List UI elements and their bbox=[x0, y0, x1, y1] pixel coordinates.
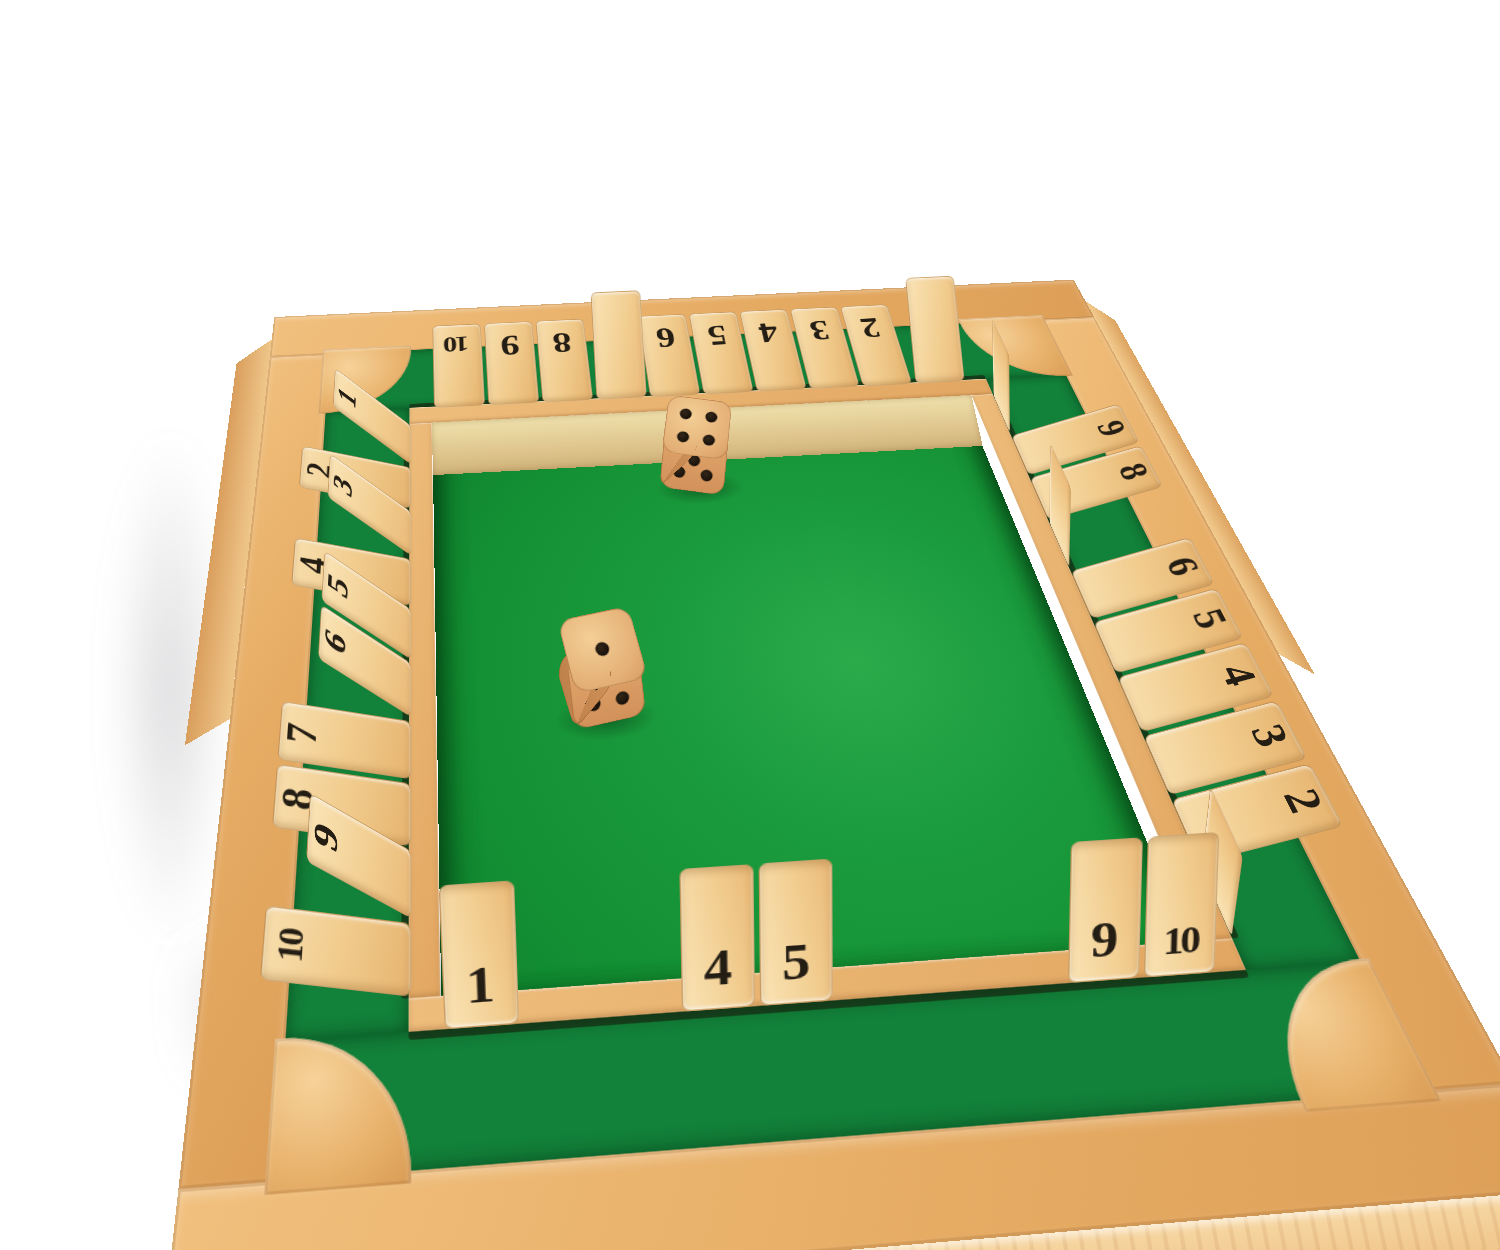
tile-number: 10 bbox=[1145, 833, 1218, 976]
shut-the-box-board: 23456891012345678910234568912345678910 bbox=[165, 280, 1500, 1250]
die-pip bbox=[704, 411, 717, 423]
product-photo-stage: 23456891012345678910234568912345678910 bbox=[0, 0, 1500, 1250]
tile-south-9-up[interactable]: 9 bbox=[1068, 837, 1143, 983]
tile-south-10-up[interactable]: 10 bbox=[1144, 832, 1219, 977]
die-pip bbox=[702, 434, 715, 446]
tile-north-9-down[interactable]: 9 bbox=[484, 321, 539, 405]
tile-number: 9 bbox=[1069, 838, 1141, 981]
tile-south-5-up[interactable]: 5 bbox=[759, 858, 833, 1005]
die-1-face-top-4 bbox=[662, 395, 733, 461]
die-1-top-4[interactable] bbox=[659, 440, 728, 495]
die-pip bbox=[677, 430, 690, 442]
tile-number: 10 bbox=[261, 907, 410, 996]
tile-north-7-up[interactable] bbox=[591, 290, 647, 399]
tile-number: 5 bbox=[760, 860, 832, 1005]
die-shadow bbox=[653, 470, 748, 507]
tile-south-1-up[interactable]: 1 bbox=[439, 880, 520, 1029]
die-pip bbox=[615, 690, 630, 706]
tile-north-10-down[interactable]: 10 bbox=[432, 324, 485, 408]
scene: 23456891012345678910234568912345678910 bbox=[0, 0, 1500, 1250]
die-shadow bbox=[552, 694, 661, 744]
die-pip bbox=[594, 641, 611, 657]
die-2-top-1[interactable] bbox=[556, 653, 646, 731]
tile-number: 10 bbox=[433, 324, 484, 407]
die-pip bbox=[700, 469, 713, 482]
tile-number: 1 bbox=[440, 882, 518, 1028]
tile-number: 4 bbox=[681, 865, 754, 1010]
die-pip bbox=[680, 408, 693, 420]
tile-north-8-down[interactable]: 8 bbox=[535, 319, 593, 403]
tile-number: 9 bbox=[485, 322, 538, 405]
tile-south-4-up[interactable]: 4 bbox=[679, 864, 755, 1012]
tile-number: 8 bbox=[536, 319, 592, 401]
